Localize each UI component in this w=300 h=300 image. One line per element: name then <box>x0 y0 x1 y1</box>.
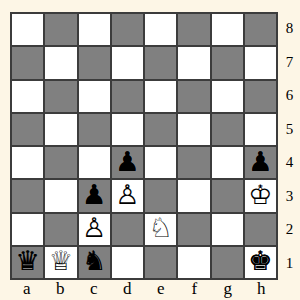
square-h5[interactable] <box>245 114 276 145</box>
square-c6[interactable] <box>79 81 110 112</box>
square-f8[interactable] <box>178 14 209 45</box>
square-h8[interactable] <box>245 14 276 45</box>
square-f7[interactable] <box>178 47 209 78</box>
piece-white-pawn[interactable]: ♟♙ <box>112 180 143 211</box>
black-pawn-outline-glyph: ♙ <box>82 181 106 208</box>
square-h1[interactable]: ♚♔ <box>245 247 276 278</box>
rank-label-5: 5 <box>281 113 298 147</box>
square-g7[interactable] <box>212 47 243 78</box>
square-f3[interactable] <box>178 180 209 211</box>
rank-label-1: 1 <box>281 247 298 281</box>
square-e5[interactable] <box>145 114 176 145</box>
square-c7[interactable] <box>79 47 110 78</box>
file-label-f: f <box>178 279 212 299</box>
square-b1[interactable]: ♛♕ <box>45 247 76 278</box>
black-king-outline-glyph: ♔ <box>248 248 272 275</box>
square-c5[interactable] <box>79 114 110 145</box>
square-g8[interactable] <box>212 14 243 45</box>
square-b3[interactable] <box>45 180 76 211</box>
square-b6[interactable] <box>45 81 76 112</box>
piece-white-pawn[interactable]: ♟♙ <box>79 214 110 245</box>
square-e4[interactable] <box>145 147 176 178</box>
square-g3[interactable] <box>212 180 243 211</box>
square-h7[interactable] <box>245 47 276 78</box>
square-a3[interactable] <box>12 180 43 211</box>
white-pawn-outline-glyph: ♙ <box>82 215 106 242</box>
file-label-b: b <box>44 279 78 299</box>
piece-black-pawn[interactable]: ♟♙ <box>79 180 110 211</box>
square-a7[interactable] <box>12 47 43 78</box>
square-a5[interactable] <box>12 114 43 145</box>
square-d3[interactable]: ♟♙ <box>112 180 143 211</box>
square-g2[interactable] <box>212 214 243 245</box>
file-label-g: g <box>211 279 245 299</box>
square-e6[interactable] <box>145 81 176 112</box>
square-g1[interactable] <box>212 247 243 278</box>
rank-label-6: 6 <box>281 79 298 113</box>
rank-label-8: 8 <box>281 12 298 46</box>
piece-black-knight[interactable]: ♞♘ <box>79 247 110 278</box>
square-b7[interactable] <box>45 47 76 78</box>
rank-label-4: 4 <box>281 146 298 180</box>
square-d6[interactable] <box>112 81 143 112</box>
square-b4[interactable] <box>45 147 76 178</box>
square-d2[interactable] <box>112 214 143 245</box>
square-f6[interactable] <box>178 81 209 112</box>
square-a6[interactable] <box>12 81 43 112</box>
file-labels: abcdefgh <box>10 279 278 299</box>
white-pawn-outline-glyph: ♙ <box>115 181 139 208</box>
square-a2[interactable] <box>12 214 43 245</box>
square-c4[interactable] <box>79 147 110 178</box>
square-c2[interactable]: ♟♙ <box>79 214 110 245</box>
file-label-c: c <box>77 279 111 299</box>
square-h2[interactable] <box>245 214 276 245</box>
square-h4[interactable]: ♟♙ <box>245 147 276 178</box>
piece-black-pawn[interactable]: ♟♙ <box>245 147 276 178</box>
chess-diagram: ♟♙♟♙♟♙♟♙♚♔♟♙♞♘♛♕♛♕♞♘♚♔ abcdefgh 87654321 <box>0 0 300 300</box>
piece-black-queen[interactable]: ♛♕ <box>12 247 43 278</box>
chess-board: ♟♙♟♙♟♙♟♙♚♔♟♙♞♘♛♕♛♕♞♘♚♔ <box>10 12 278 280</box>
square-b2[interactable] <box>45 214 76 245</box>
square-d7[interactable] <box>112 47 143 78</box>
square-a8[interactable] <box>12 14 43 45</box>
white-king-outline-glyph: ♔ <box>248 181 272 208</box>
rank-label-7: 7 <box>281 46 298 80</box>
rank-label-3: 3 <box>281 180 298 214</box>
square-f5[interactable] <box>178 114 209 145</box>
square-f1[interactable] <box>178 247 209 278</box>
piece-white-king[interactable]: ♚♔ <box>245 180 276 211</box>
square-f2[interactable] <box>178 214 209 245</box>
square-a1[interactable]: ♛♕ <box>12 247 43 278</box>
square-d4[interactable]: ♟♙ <box>112 147 143 178</box>
square-h6[interactable] <box>245 81 276 112</box>
white-queen-outline-glyph: ♕ <box>49 248 73 275</box>
square-e8[interactable] <box>145 14 176 45</box>
square-c1[interactable]: ♞♘ <box>79 247 110 278</box>
piece-black-pawn[interactable]: ♟♙ <box>112 147 143 178</box>
square-b5[interactable] <box>45 114 76 145</box>
square-c3[interactable]: ♟♙ <box>79 180 110 211</box>
white-knight-outline-glyph: ♘ <box>149 215 173 242</box>
file-label-d: d <box>111 279 145 299</box>
piece-white-knight[interactable]: ♞♘ <box>145 214 176 245</box>
file-label-h: h <box>245 279 279 299</box>
square-b8[interactable] <box>45 14 76 45</box>
black-queen-outline-glyph: ♕ <box>16 248 40 275</box>
square-d1[interactable] <box>112 247 143 278</box>
file-label-e: e <box>144 279 178 299</box>
square-d8[interactable] <box>112 14 143 45</box>
square-g4[interactable] <box>212 147 243 178</box>
black-pawn-outline-glyph: ♙ <box>115 148 139 175</box>
square-g5[interactable] <box>212 114 243 145</box>
square-a4[interactable] <box>12 147 43 178</box>
rank-label-2: 2 <box>281 213 298 247</box>
piece-black-king[interactable]: ♚♔ <box>245 247 276 278</box>
square-f4[interactable] <box>178 147 209 178</box>
square-e3[interactable] <box>145 180 176 211</box>
rank-labels: 87654321 <box>281 12 298 280</box>
black-knight-outline-glyph: ♘ <box>82 248 106 275</box>
file-label-a: a <box>10 279 44 299</box>
square-e2[interactable]: ♞♘ <box>145 214 176 245</box>
square-h3[interactable]: ♚♔ <box>245 180 276 211</box>
square-c8[interactable] <box>79 14 110 45</box>
square-g6[interactable] <box>212 81 243 112</box>
black-pawn-outline-glyph: ♙ <box>248 148 272 175</box>
square-d5[interactable] <box>112 114 143 145</box>
square-e7[interactable] <box>145 47 176 78</box>
square-e1[interactable] <box>145 247 176 278</box>
piece-white-queen[interactable]: ♛♕ <box>45 247 76 278</box>
